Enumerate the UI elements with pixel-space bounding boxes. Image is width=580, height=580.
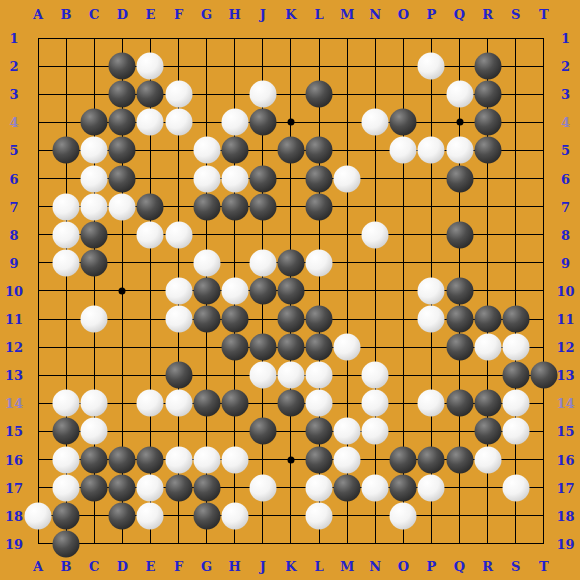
black-stone xyxy=(109,137,136,164)
white-stone xyxy=(165,390,192,417)
white-stone xyxy=(53,221,80,248)
white-stone xyxy=(390,137,417,164)
white-stone xyxy=(221,277,248,304)
coordinate-label-right: 10 xyxy=(556,283,574,298)
black-stone xyxy=(446,334,473,361)
white-stone xyxy=(53,474,80,501)
black-stone xyxy=(446,165,473,192)
coordinate-label-bottom: C xyxy=(89,558,99,573)
white-stone xyxy=(81,193,108,220)
black-stone xyxy=(446,446,473,473)
white-stone xyxy=(306,474,333,501)
white-stone xyxy=(137,390,164,417)
grid-line-horizontal xyxy=(38,431,544,432)
black-stone xyxy=(446,277,473,304)
coordinate-label-right: 2 xyxy=(561,59,570,74)
coordinate-label-top: S xyxy=(511,7,520,22)
white-stone xyxy=(165,221,192,248)
coordinate-label-left: 7 xyxy=(9,199,18,214)
black-stone xyxy=(446,306,473,333)
coordinate-label-left: 15 xyxy=(5,424,23,439)
coordinate-label-left: 16 xyxy=(5,452,23,467)
black-stone xyxy=(277,334,304,361)
white-stone xyxy=(277,362,304,389)
hoshi-point xyxy=(287,456,294,463)
white-stone xyxy=(418,137,445,164)
white-stone xyxy=(334,165,361,192)
black-stone xyxy=(81,446,108,473)
black-stone xyxy=(474,306,501,333)
white-stone xyxy=(502,390,529,417)
white-stone xyxy=(446,137,473,164)
white-stone xyxy=(418,53,445,80)
coordinate-label-left: 11 xyxy=(5,312,23,327)
white-stone xyxy=(137,53,164,80)
white-stone xyxy=(502,418,529,445)
black-stone xyxy=(390,474,417,501)
coordinate-label-right: 14 xyxy=(556,396,574,411)
black-stone xyxy=(193,390,220,417)
coordinate-label-top: E xyxy=(145,7,155,22)
black-stone xyxy=(474,53,501,80)
black-stone xyxy=(193,193,220,220)
white-stone xyxy=(193,137,220,164)
black-stone xyxy=(249,193,276,220)
white-stone xyxy=(53,249,80,276)
black-stone xyxy=(277,137,304,164)
white-stone xyxy=(334,446,361,473)
black-stone xyxy=(193,474,220,501)
coordinate-label-right: 13 xyxy=(556,368,574,383)
coordinate-label-bottom: B xyxy=(61,558,72,573)
coordinate-label-top: D xyxy=(117,7,128,22)
white-stone xyxy=(81,137,108,164)
black-stone xyxy=(306,137,333,164)
white-stone xyxy=(221,165,248,192)
white-stone xyxy=(193,165,220,192)
black-stone xyxy=(249,277,276,304)
coordinate-label-right: 5 xyxy=(561,143,570,158)
white-stone xyxy=(418,474,445,501)
coordinate-label-bottom: K xyxy=(285,558,296,573)
black-stone xyxy=(193,306,220,333)
coordinate-label-top: M xyxy=(340,7,354,22)
white-stone xyxy=(249,249,276,276)
white-stone xyxy=(81,390,108,417)
black-stone xyxy=(306,81,333,108)
coordinate-label-top: F xyxy=(174,7,183,22)
white-stone xyxy=(165,277,192,304)
black-stone xyxy=(474,109,501,136)
coordinate-label-bottom: T xyxy=(539,558,549,573)
coordinate-label-left: 17 xyxy=(5,480,23,495)
black-stone xyxy=(109,474,136,501)
white-stone xyxy=(81,418,108,445)
coordinate-label-right: 7 xyxy=(561,199,570,214)
white-stone xyxy=(53,390,80,417)
white-stone xyxy=(249,81,276,108)
white-stone xyxy=(137,109,164,136)
white-stone xyxy=(53,446,80,473)
black-stone xyxy=(502,306,529,333)
black-stone xyxy=(446,221,473,248)
black-stone xyxy=(390,446,417,473)
black-stone xyxy=(109,109,136,136)
white-stone xyxy=(418,390,445,417)
black-stone xyxy=(306,334,333,361)
black-stone xyxy=(474,137,501,164)
coordinate-label-right: 19 xyxy=(556,536,574,551)
black-stone xyxy=(474,81,501,108)
black-stone xyxy=(502,362,529,389)
white-stone xyxy=(306,362,333,389)
white-stone xyxy=(334,418,361,445)
black-stone xyxy=(306,306,333,333)
coordinate-label-top: T xyxy=(539,7,549,22)
white-stone xyxy=(137,474,164,501)
coordinate-label-bottom: G xyxy=(201,558,212,573)
coordinate-label-right: 1 xyxy=(561,31,570,46)
white-stone xyxy=(362,362,389,389)
hoshi-point xyxy=(287,119,294,126)
white-stone xyxy=(306,390,333,417)
coordinate-label-top: O xyxy=(398,7,409,22)
hoshi-point xyxy=(456,119,463,126)
coordinate-label-left: 13 xyxy=(5,368,23,383)
coordinate-label-top: L xyxy=(314,7,323,22)
white-stone xyxy=(390,502,417,529)
black-stone xyxy=(109,502,136,529)
coordinate-label-left: 5 xyxy=(9,143,18,158)
coordinate-label-right: 17 xyxy=(556,480,574,495)
coordinate-label-right: 18 xyxy=(556,508,574,523)
black-stone xyxy=(109,53,136,80)
coordinate-label-top: A xyxy=(33,7,43,22)
white-stone xyxy=(81,165,108,192)
white-stone xyxy=(249,474,276,501)
black-stone xyxy=(249,165,276,192)
black-stone xyxy=(306,418,333,445)
coordinate-label-top: K xyxy=(285,7,296,22)
coordinate-label-top: J xyxy=(260,7,266,22)
coordinate-label-bottom: P xyxy=(427,558,437,573)
white-stone xyxy=(502,474,529,501)
black-stone xyxy=(334,474,361,501)
white-stone xyxy=(221,446,248,473)
white-stone xyxy=(474,446,501,473)
black-stone xyxy=(530,362,557,389)
black-stone xyxy=(137,81,164,108)
coordinate-label-left: 14 xyxy=(5,396,23,411)
go-board[interactable]: AABBCCDDEEFFGGHHJJKKLLMMNNOOPPQQRRSSTT11… xyxy=(0,0,580,580)
black-stone xyxy=(306,446,333,473)
white-stone xyxy=(362,474,389,501)
coordinate-label-top: H xyxy=(229,7,241,22)
white-stone xyxy=(418,277,445,304)
black-stone xyxy=(193,502,220,529)
white-stone xyxy=(193,249,220,276)
black-stone xyxy=(109,446,136,473)
black-stone xyxy=(81,474,108,501)
coordinate-label-top: G xyxy=(201,7,212,22)
white-stone xyxy=(165,109,192,136)
black-stone xyxy=(221,306,248,333)
white-stone xyxy=(165,446,192,473)
coordinate-label-bottom: E xyxy=(145,558,155,573)
white-stone xyxy=(362,418,389,445)
coordinate-label-left: 8 xyxy=(9,227,18,242)
white-stone xyxy=(334,334,361,361)
coordinate-label-top: N xyxy=(369,7,381,22)
coordinate-label-right: 6 xyxy=(561,171,570,186)
white-stone xyxy=(474,334,501,361)
black-stone xyxy=(249,334,276,361)
white-stone xyxy=(165,81,192,108)
black-stone xyxy=(221,390,248,417)
coordinate-label-right: 16 xyxy=(556,452,574,467)
coordinate-label-right: 15 xyxy=(556,424,574,439)
coordinate-label-bottom: F xyxy=(174,558,183,573)
coordinate-label-top: R xyxy=(482,7,493,22)
white-stone xyxy=(362,390,389,417)
coordinate-label-bottom: R xyxy=(482,558,493,573)
white-stone xyxy=(306,249,333,276)
coordinate-label-bottom: H xyxy=(229,558,241,573)
black-stone xyxy=(249,109,276,136)
black-stone xyxy=(137,193,164,220)
black-stone xyxy=(165,474,192,501)
coordinate-label-top: C xyxy=(89,7,99,22)
coordinate-label-left: 2 xyxy=(9,59,18,74)
coordinate-label-bottom: Q xyxy=(454,558,465,573)
black-stone xyxy=(109,165,136,192)
black-stone xyxy=(109,81,136,108)
coordinate-label-bottom: O xyxy=(398,558,409,573)
grid-line-horizontal xyxy=(38,543,544,544)
coordinate-label-right: 3 xyxy=(561,87,570,102)
grid-line-vertical xyxy=(543,38,544,544)
black-stone xyxy=(221,193,248,220)
coordinate-label-bottom: S xyxy=(511,558,520,573)
coordinate-label-right: 8 xyxy=(561,227,570,242)
coordinate-label-top: B xyxy=(61,7,72,22)
white-stone xyxy=(446,81,473,108)
black-stone xyxy=(277,249,304,276)
coordinate-label-right: 9 xyxy=(561,255,570,270)
coordinate-label-left: 12 xyxy=(5,340,23,355)
coordinate-label-right: 11 xyxy=(556,312,574,327)
black-stone xyxy=(221,334,248,361)
black-stone xyxy=(53,530,80,557)
white-stone xyxy=(221,502,248,529)
black-stone xyxy=(193,277,220,304)
coordinate-label-left: 19 xyxy=(5,536,23,551)
black-stone xyxy=(53,502,80,529)
white-stone xyxy=(221,109,248,136)
coordinate-label-left: 1 xyxy=(9,31,18,46)
hoshi-point xyxy=(119,287,126,294)
white-stone xyxy=(502,334,529,361)
coordinate-label-right: 4 xyxy=(561,115,570,130)
white-stone xyxy=(165,306,192,333)
white-stone xyxy=(53,193,80,220)
white-stone xyxy=(137,502,164,529)
black-stone xyxy=(277,390,304,417)
coordinate-label-bottom: N xyxy=(369,558,381,573)
black-stone xyxy=(277,306,304,333)
coordinate-label-top: Q xyxy=(454,7,465,22)
coordinate-label-left: 6 xyxy=(9,171,18,186)
black-stone xyxy=(306,193,333,220)
black-stone xyxy=(137,446,164,473)
black-stone xyxy=(165,362,192,389)
black-stone xyxy=(81,221,108,248)
black-stone xyxy=(474,390,501,417)
coordinate-label-left: 4 xyxy=(9,115,18,130)
coordinate-label-left: 10 xyxy=(5,283,23,298)
white-stone xyxy=(193,446,220,473)
white-stone xyxy=(109,193,136,220)
white-stone xyxy=(25,502,52,529)
coordinate-label-right: 12 xyxy=(556,340,574,355)
coordinate-label-bottom: A xyxy=(33,558,43,573)
white-stone xyxy=(362,221,389,248)
black-stone xyxy=(446,390,473,417)
coordinate-label-left: 9 xyxy=(9,255,18,270)
black-stone xyxy=(53,137,80,164)
coordinate-label-top: P xyxy=(427,7,437,22)
black-stone xyxy=(390,109,417,136)
black-stone xyxy=(81,249,108,276)
black-stone xyxy=(418,446,445,473)
white-stone xyxy=(81,306,108,333)
grid-line-vertical xyxy=(515,38,516,544)
coordinate-label-bottom: L xyxy=(314,558,323,573)
black-stone xyxy=(306,165,333,192)
coordinate-label-left: 3 xyxy=(9,87,18,102)
coordinate-label-bottom: J xyxy=(260,558,266,573)
white-stone xyxy=(249,362,276,389)
black-stone xyxy=(249,418,276,445)
white-stone xyxy=(137,221,164,248)
black-stone xyxy=(53,418,80,445)
black-stone xyxy=(81,109,108,136)
white-stone xyxy=(306,502,333,529)
black-stone xyxy=(277,277,304,304)
coordinate-label-bottom: M xyxy=(340,558,354,573)
coordinate-label-left: 18 xyxy=(5,508,23,523)
black-stone xyxy=(221,137,248,164)
coordinate-label-bottom: D xyxy=(117,558,128,573)
black-stone xyxy=(474,418,501,445)
white-stone xyxy=(418,306,445,333)
white-stone xyxy=(362,109,389,136)
